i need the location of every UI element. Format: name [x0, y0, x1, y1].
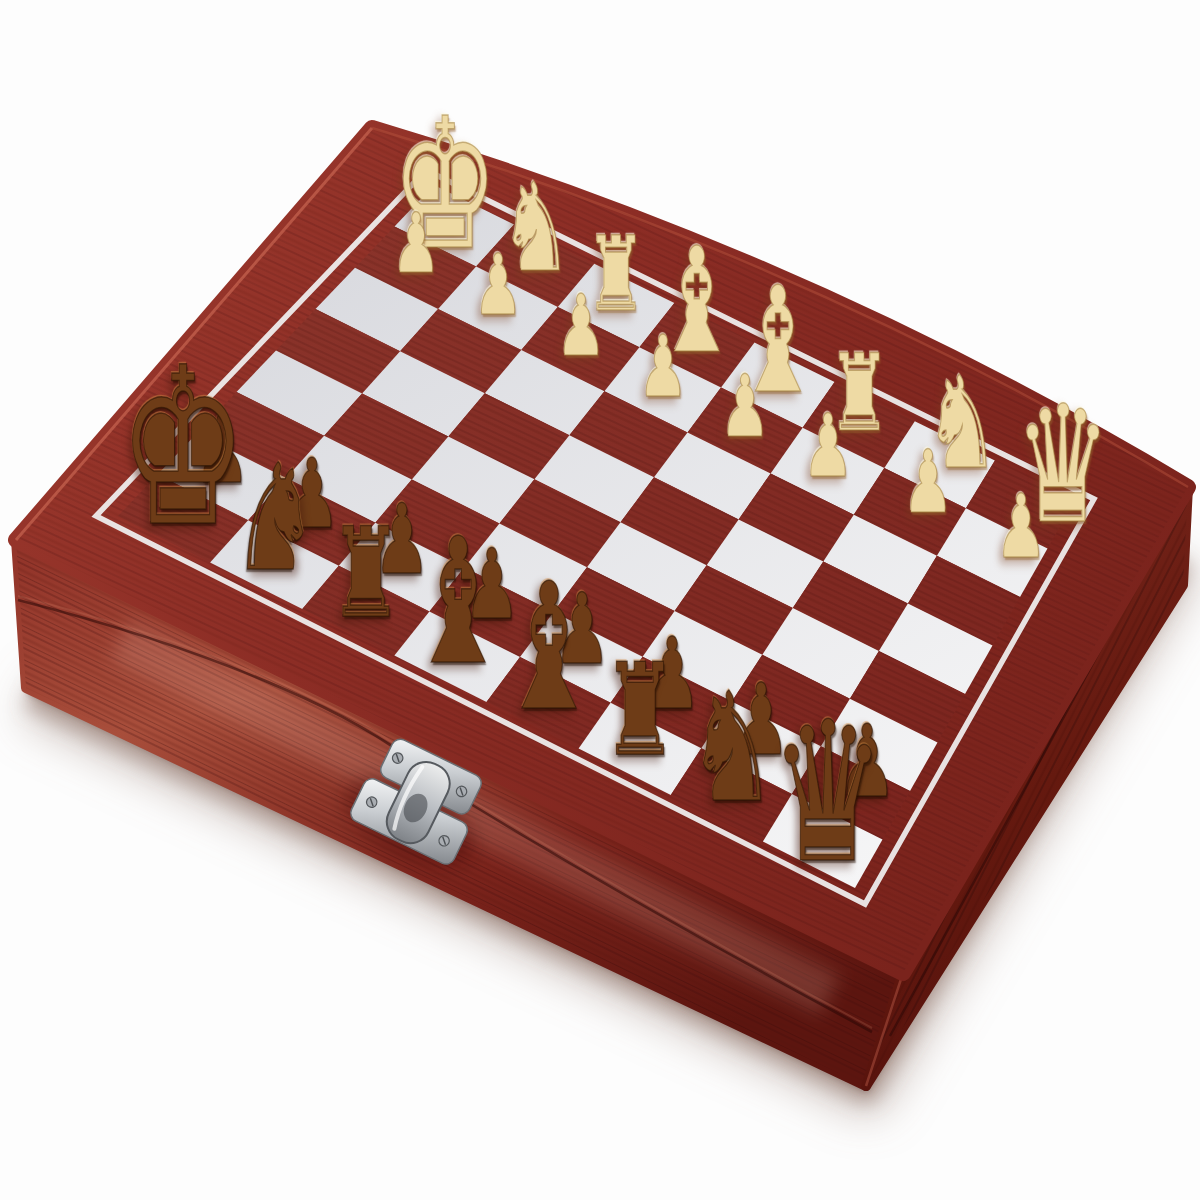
- piece-white-pawn[interactable]: ♟: [995, 484, 1047, 572]
- piece-black-king[interactable]: ♚: [119, 339, 248, 557]
- piece-black-bishop[interactable]: ♝: [497, 560, 601, 735]
- piece-black-knight[interactable]: ♞: [231, 445, 318, 592]
- piece-white-pawn[interactable]: ♟: [720, 363, 771, 449]
- piece-white-pawn[interactable]: ♟: [802, 403, 853, 490]
- chess-box-product-photo: ♚♞♜♝♝♜♞♛♟♟♟♟♟♟♟♟♟♟♟♟♟♟♟♟♚♞♜♝♝♜♞♛ Rosewoo…: [0, 0, 1200, 1200]
- piece-white-pawn[interactable]: ♟: [902, 439, 953, 526]
- piece-black-rook[interactable]: ♜: [330, 511, 403, 635]
- piece-white-pawn[interactable]: ♟: [638, 323, 688, 408]
- piece-black-queen[interactable]: ♛: [771, 696, 886, 890]
- piece-white-pawn[interactable]: ♟: [391, 203, 440, 286]
- piece-black-knight[interactable]: ♞: [687, 672, 776, 823]
- piece-white-pawn[interactable]: ♟: [556, 283, 606, 368]
- piece-white-pawn[interactable]: ♟: [473, 243, 523, 327]
- piece-black-bishop[interactable]: ♝: [406, 515, 509, 689]
- piece-black-rook[interactable]: ♜: [603, 647, 678, 774]
